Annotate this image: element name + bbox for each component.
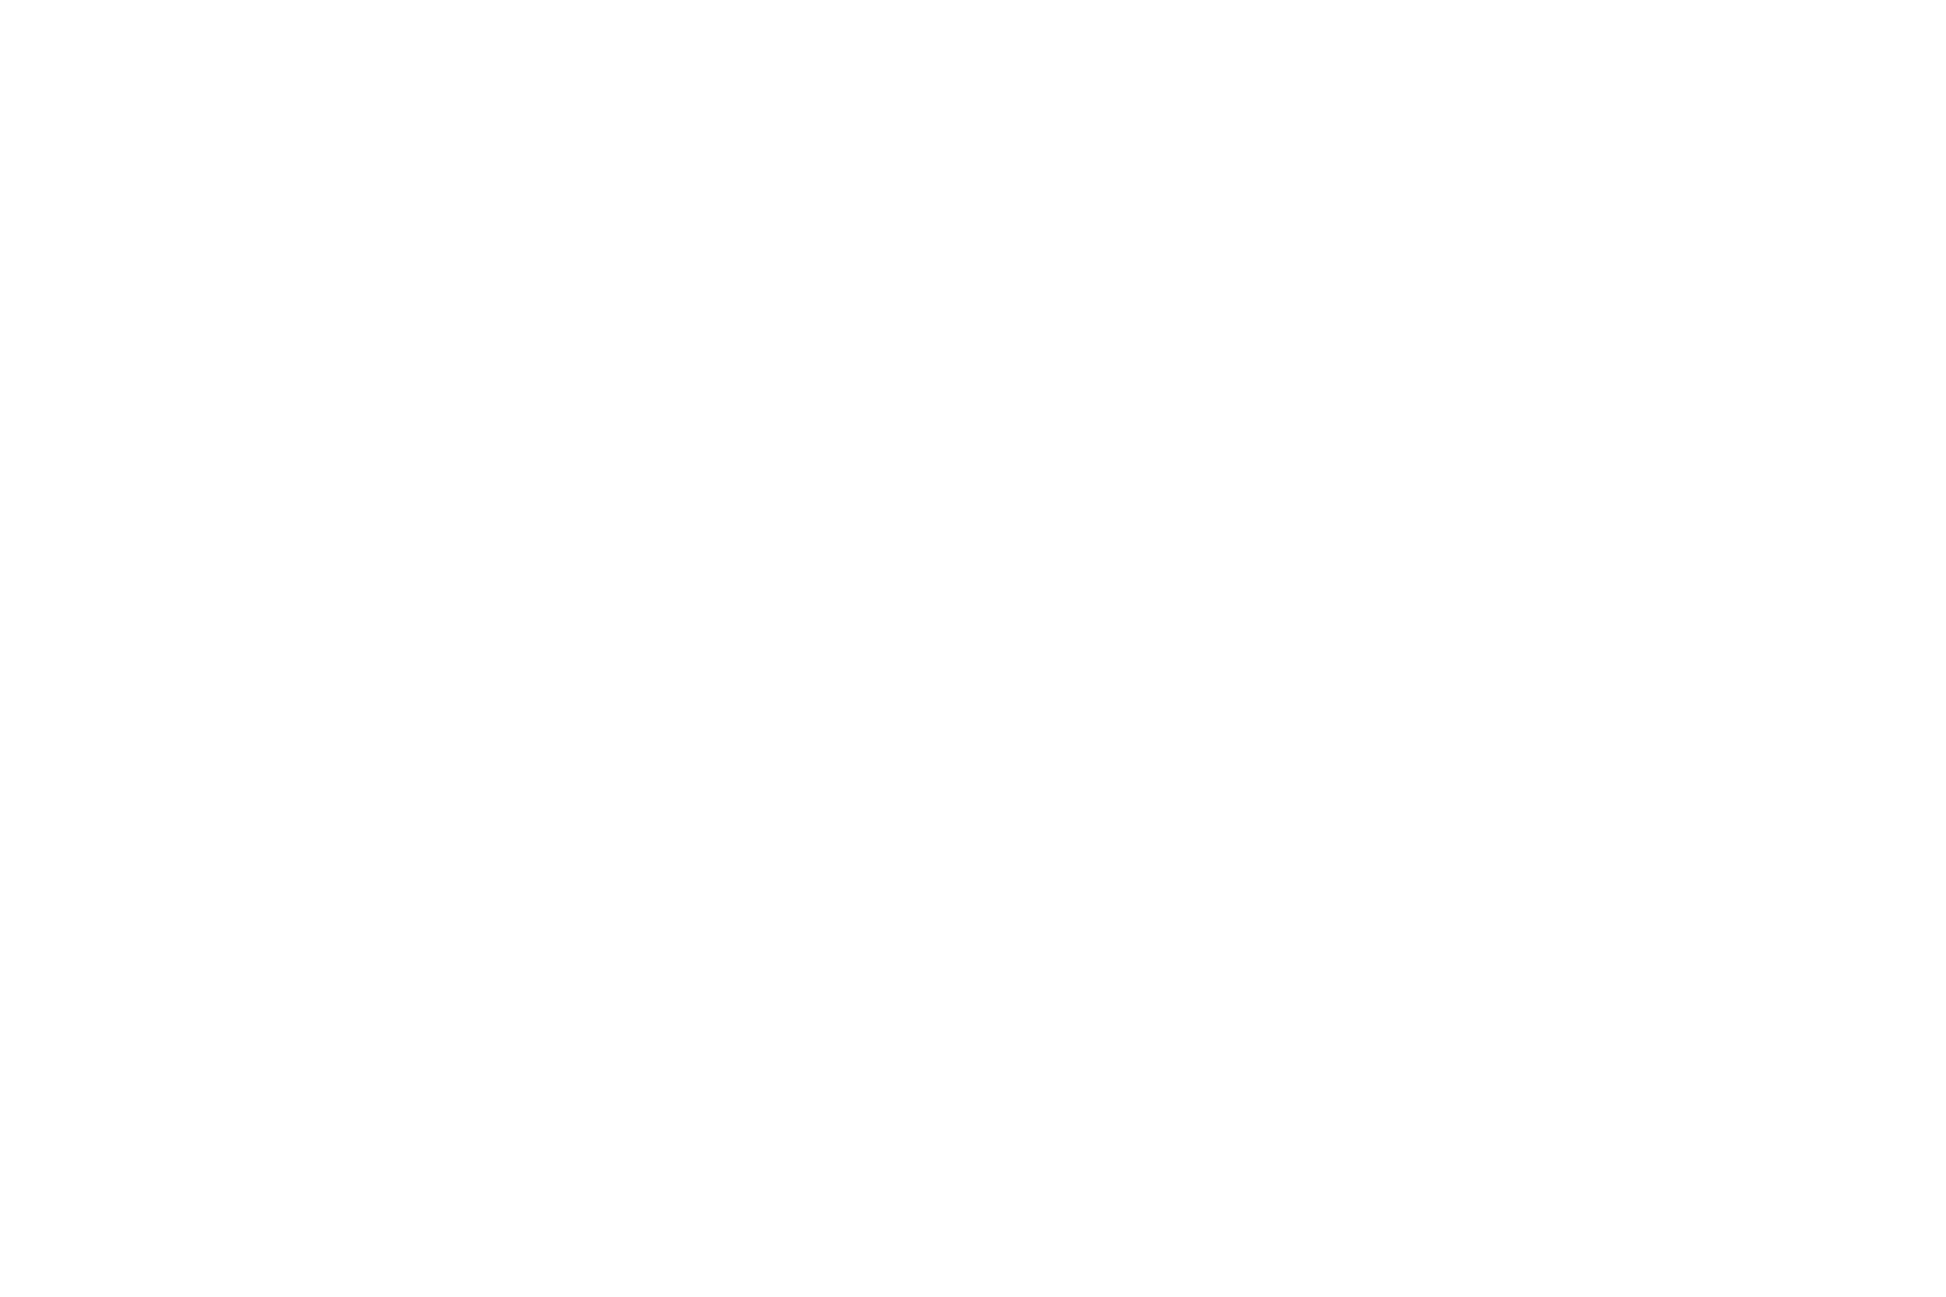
product-photo-page [0,0,1946,1297]
scene [0,0,1946,1297]
board-3d-wrap [0,281,1738,1297]
